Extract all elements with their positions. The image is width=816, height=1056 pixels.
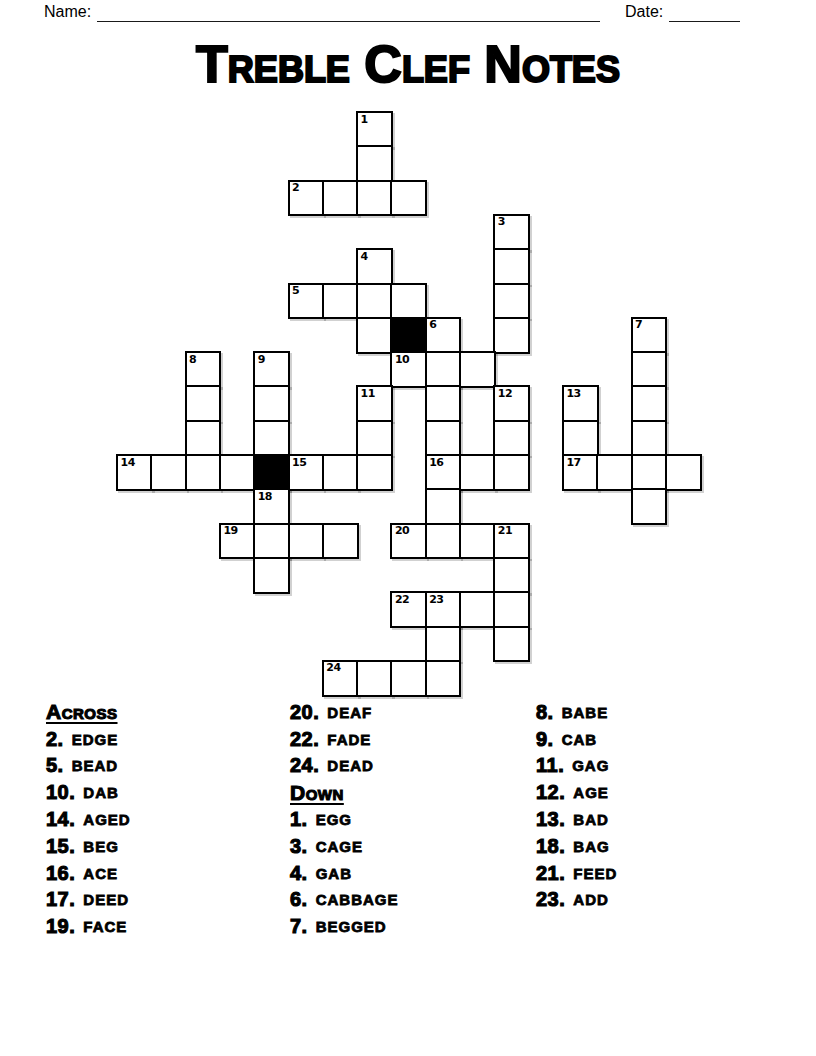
cell-number: 6 xyxy=(429,319,436,330)
cell-number: 1 xyxy=(361,114,368,125)
grid-cell[interactable] xyxy=(493,626,530,663)
clue-word: DEED xyxy=(83,891,129,908)
clue-down-6: 6.CABBAGE xyxy=(290,887,399,914)
clue-word: EDGE xyxy=(72,731,119,748)
grid-cell[interactable] xyxy=(425,351,462,388)
grid-cell[interactable] xyxy=(425,385,462,422)
cell-number: 11 xyxy=(361,388,375,399)
cell-number: 2 xyxy=(292,182,299,193)
grid-cell[interactable]: 14 xyxy=(116,454,153,491)
crossword-grid: 123456789101112131415161718192021222324 xyxy=(116,111,704,699)
black-cell xyxy=(253,454,290,491)
cell-number: 3 xyxy=(498,216,505,227)
grid-cell[interactable] xyxy=(253,523,290,560)
cell-number: 13 xyxy=(566,388,580,399)
grid-cell[interactable] xyxy=(665,454,702,491)
cell-number: 5 xyxy=(292,285,299,296)
grid-cell[interactable] xyxy=(459,351,496,388)
grid-cell[interactable] xyxy=(185,454,222,491)
clue-number: 2. xyxy=(46,728,64,751)
clue-word: GAG xyxy=(572,757,609,774)
cell-number: 15 xyxy=(292,457,306,468)
grid-cell[interactable]: 2 xyxy=(288,180,325,217)
clue-word: FADE xyxy=(327,731,371,748)
grid-cell[interactable] xyxy=(631,488,668,525)
clue-number: 10. xyxy=(46,781,75,804)
grid-cell[interactable]: 12 xyxy=(493,385,530,422)
clue-number: 8. xyxy=(536,701,554,724)
name-label: Name: xyxy=(44,3,91,21)
date-label: Date: xyxy=(625,3,663,21)
clue-number: 20. xyxy=(290,701,319,724)
clue-across-2: 2.EDGE xyxy=(46,726,131,753)
clue-down-23: 23.ADD xyxy=(536,887,617,914)
date-fill-line[interactable] xyxy=(669,21,740,22)
clue-number: 7. xyxy=(290,915,308,938)
clue-number: 17. xyxy=(46,888,75,911)
grid-cell[interactable] xyxy=(425,420,462,457)
grid-cell[interactable] xyxy=(459,591,496,628)
clue-number: 16. xyxy=(46,862,75,885)
grid-cell[interactable] xyxy=(356,145,393,182)
clue-section-header-line: Down xyxy=(290,779,399,806)
clue-column-1: Across2.EDGE5.BEAD10.DAB14.AGED15.BEG16.… xyxy=(46,699,131,940)
grid-cell[interactable] xyxy=(493,248,530,285)
clue-word: CAB xyxy=(562,731,598,748)
grid-cell[interactable]: 15 xyxy=(288,454,325,491)
grid-cell[interactable] xyxy=(219,454,256,491)
grid-cell[interactable]: 8 xyxy=(185,351,222,388)
grid-cell[interactable] xyxy=(356,420,393,457)
grid-cell[interactable] xyxy=(493,557,530,594)
grid-cell[interactable] xyxy=(459,454,496,491)
clue-number: 23. xyxy=(536,888,565,911)
clue-word: DAB xyxy=(83,784,119,801)
grid-cell[interactable] xyxy=(425,626,462,663)
clue-down-11: 11.GAG xyxy=(536,753,617,780)
clue-number: 12. xyxy=(536,781,565,804)
grid-cell[interactable] xyxy=(493,317,530,354)
clue-word: DEAD xyxy=(327,757,374,774)
cell-number: 18 xyxy=(258,491,272,502)
cell-number: 16 xyxy=(429,457,443,468)
cell-number: 24 xyxy=(326,662,340,673)
name-fill-line[interactable] xyxy=(97,21,600,22)
clue-word: BEGGED xyxy=(316,918,387,935)
clue-number: 3. xyxy=(290,835,308,858)
grid-cell[interactable] xyxy=(253,385,290,422)
grid-cell[interactable]: 20 xyxy=(390,523,427,560)
clue-column-3: 8.BABE9.CAB11.GAG12.AGE13.BAD18.BAG21.FE… xyxy=(536,699,617,913)
cell-number: 19 xyxy=(223,525,237,536)
clue-across-22: 22.FADE xyxy=(290,726,399,753)
clue-word: ADD xyxy=(573,891,609,908)
grid-cell[interactable] xyxy=(596,454,633,491)
clue-word: EGG xyxy=(316,811,352,828)
cell-number: 4 xyxy=(361,251,368,262)
grid-cell[interactable]: 11 xyxy=(356,385,393,422)
cell-number: 23 xyxy=(429,594,443,605)
cell-number: 14 xyxy=(121,457,135,468)
across-header: Across xyxy=(46,700,118,724)
clue-word: BABE xyxy=(562,704,609,721)
cell-number: 10 xyxy=(395,354,409,365)
grid-cell[interactable] xyxy=(493,591,530,628)
clue-number: 4. xyxy=(290,862,308,885)
clue-across-20: 20.DEAF xyxy=(290,699,399,726)
grid-cell[interactable]: 24 xyxy=(322,660,359,697)
grid-cell[interactable] xyxy=(493,283,530,320)
grid-cell[interactable]: 16 xyxy=(425,454,462,491)
clue-number: 11. xyxy=(536,754,564,777)
grid-cell[interactable] xyxy=(493,454,530,491)
grid-cell[interactable] xyxy=(185,420,222,457)
grid-cell[interactable] xyxy=(631,454,668,491)
clue-number: 5. xyxy=(46,754,64,777)
clue-across-5: 5.BEAD xyxy=(46,753,131,780)
grid-cell[interactable] xyxy=(322,283,359,320)
cell-number: 12 xyxy=(498,388,512,399)
grid-cell[interactable] xyxy=(390,283,427,320)
cell-number: 9 xyxy=(258,354,265,365)
clue-number: 19. xyxy=(46,915,75,938)
puzzle-title: Treble Clef Notes xyxy=(0,36,816,93)
clue-word: ACE xyxy=(83,865,118,882)
clue-number: 18. xyxy=(536,835,565,858)
grid-cell[interactable] xyxy=(322,180,359,217)
grid-cell[interactable]: 18 xyxy=(253,488,290,525)
clue-down-21: 21.FEED xyxy=(536,860,617,887)
clue-across-16: 16.ACE xyxy=(46,860,131,887)
grid-cell[interactable]: 9 xyxy=(253,351,290,388)
clue-word: AGED xyxy=(83,811,130,828)
grid-cell[interactable]: 19 xyxy=(219,523,256,560)
grid-cell[interactable] xyxy=(631,351,668,388)
cell-number: 22 xyxy=(395,594,409,605)
down-header: Down xyxy=(290,781,344,805)
clue-word: DEAF xyxy=(327,704,372,721)
clue-number: 1. xyxy=(290,808,308,831)
grid-cell[interactable] xyxy=(631,420,668,457)
grid-cell[interactable] xyxy=(390,180,427,217)
grid-cell[interactable] xyxy=(253,557,290,594)
cell-number: 7 xyxy=(635,319,642,330)
grid-cell[interactable]: 17 xyxy=(562,454,599,491)
grid-cell[interactable] xyxy=(493,420,530,457)
clue-across-24: 24.DEAD xyxy=(290,753,399,780)
grid-cell[interactable]: 1 xyxy=(356,111,393,148)
clue-number: 22. xyxy=(290,728,319,751)
grid-cell[interactable]: 4 xyxy=(356,248,393,285)
grid-cell[interactable] xyxy=(425,523,462,560)
grid-cell[interactable] xyxy=(356,317,393,354)
clue-down-9: 9.CAB xyxy=(536,726,617,753)
clue-number: 13. xyxy=(536,808,565,831)
clue-down-7: 7.BEGGED xyxy=(290,913,399,940)
clue-down-13: 13.BAD xyxy=(536,806,617,833)
grid-cell[interactable]: 21 xyxy=(493,523,530,560)
clue-across-17: 17.DEED xyxy=(46,887,131,914)
grid-cell[interactable]: 23 xyxy=(425,591,462,628)
clue-across-14: 14.AGED xyxy=(46,806,131,833)
grid-cell[interactable]: 6 xyxy=(425,317,462,354)
clue-down-3: 3.CAGE xyxy=(290,833,399,860)
clue-across-10: 10.DAB xyxy=(46,779,131,806)
worksheet-page: Name: Date: Treble Clef Notes 1234567891… xyxy=(0,0,816,1056)
clue-word: BAG xyxy=(573,838,609,855)
clue-down-12: 12.AGE xyxy=(536,779,617,806)
clue-section-header-line: Across xyxy=(46,699,131,726)
grid-cell[interactable] xyxy=(322,454,359,491)
clue-word: BEG xyxy=(83,838,119,855)
clue-word: FACE xyxy=(83,918,127,935)
clue-down-8: 8.BABE xyxy=(536,699,617,726)
clue-number: 24. xyxy=(290,754,319,777)
grid-cell[interactable] xyxy=(459,523,496,560)
grid-cell[interactable]: 7 xyxy=(631,317,668,354)
grid-cell[interactable] xyxy=(356,660,393,697)
grid-cell[interactable]: 5 xyxy=(288,283,325,320)
clue-down-18: 18.BAG xyxy=(536,833,617,860)
clue-word: GAB xyxy=(316,865,352,882)
clue-number: 15. xyxy=(46,835,75,858)
clue-column-2: 20.DEAF22.FADE24.DEADDown1.EGG3.CAGE4.GA… xyxy=(290,699,399,940)
grid-cell[interactable] xyxy=(390,660,427,697)
cell-number: 21 xyxy=(498,525,512,536)
grid-cell[interactable] xyxy=(425,660,462,697)
grid-cell[interactable] xyxy=(185,385,222,422)
grid-cell[interactable] xyxy=(150,454,187,491)
clue-across-15: 15.BEG xyxy=(46,833,131,860)
clue-word: FEED xyxy=(573,865,617,882)
clue-across-19: 19.FACE xyxy=(46,913,131,940)
grid-cell[interactable] xyxy=(253,420,290,457)
grid-cell[interactable] xyxy=(356,180,393,217)
cell-number: 17 xyxy=(566,457,580,468)
grid-cell[interactable] xyxy=(562,420,599,457)
grid-cell[interactable]: 13 xyxy=(562,385,599,422)
grid-cell[interactable] xyxy=(356,283,393,320)
clue-number: 9. xyxy=(536,728,554,751)
clue-word: CABBAGE xyxy=(316,891,399,908)
cell-number: 20 xyxy=(395,525,409,536)
black-cell xyxy=(390,317,427,354)
grid-cell[interactable]: 22 xyxy=(390,591,427,628)
grid-cell[interactable] xyxy=(322,523,359,560)
grid-cell[interactable]: 10 xyxy=(390,351,427,388)
clue-word: BEAD xyxy=(72,757,119,774)
clue-word: AGE xyxy=(573,784,609,801)
grid-cell[interactable] xyxy=(631,385,668,422)
clue-down-4: 4.GAB xyxy=(290,860,399,887)
clue-number: 14. xyxy=(46,808,75,831)
clue-word: CAGE xyxy=(316,838,363,855)
grid-cell[interactable] xyxy=(425,488,462,525)
grid-cell[interactable] xyxy=(356,454,393,491)
cell-number: 8 xyxy=(189,354,196,365)
grid-cell[interactable] xyxy=(288,523,325,560)
grid-cell[interactable]: 3 xyxy=(493,214,530,251)
clue-word: BAD xyxy=(573,811,609,828)
clue-number: 6. xyxy=(290,888,308,911)
clue-number: 21. xyxy=(536,862,565,885)
clue-down-1: 1.EGG xyxy=(290,806,399,833)
